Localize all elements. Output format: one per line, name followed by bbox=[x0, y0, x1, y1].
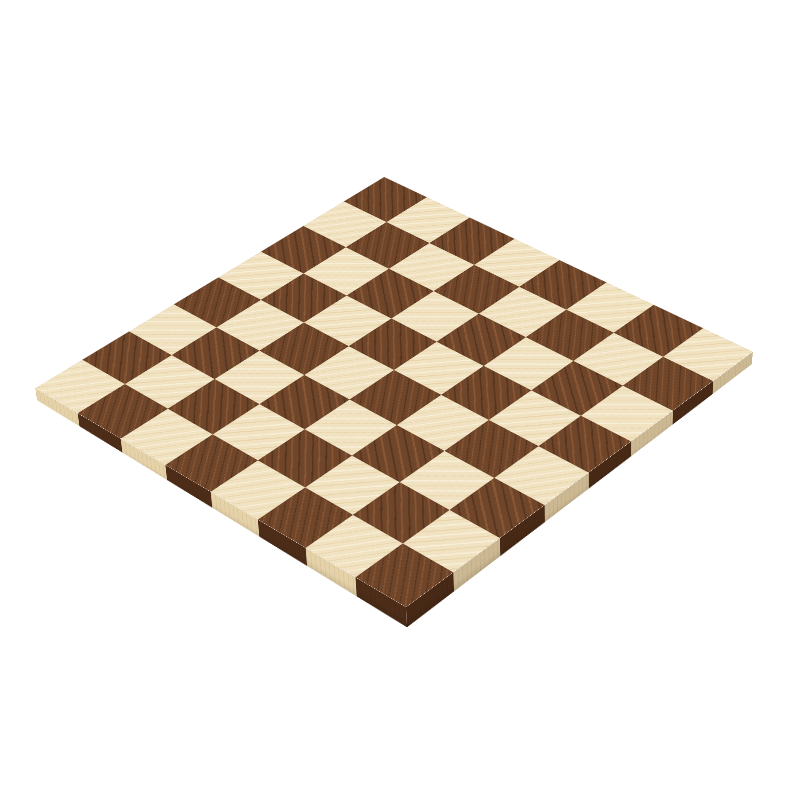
scene-rotator bbox=[0, 0, 800, 800]
chess-board bbox=[35, 177, 753, 607]
perspective-scene bbox=[0, 0, 800, 790]
board-top-face bbox=[35, 177, 753, 607]
product-photo-stage bbox=[0, 0, 800, 800]
